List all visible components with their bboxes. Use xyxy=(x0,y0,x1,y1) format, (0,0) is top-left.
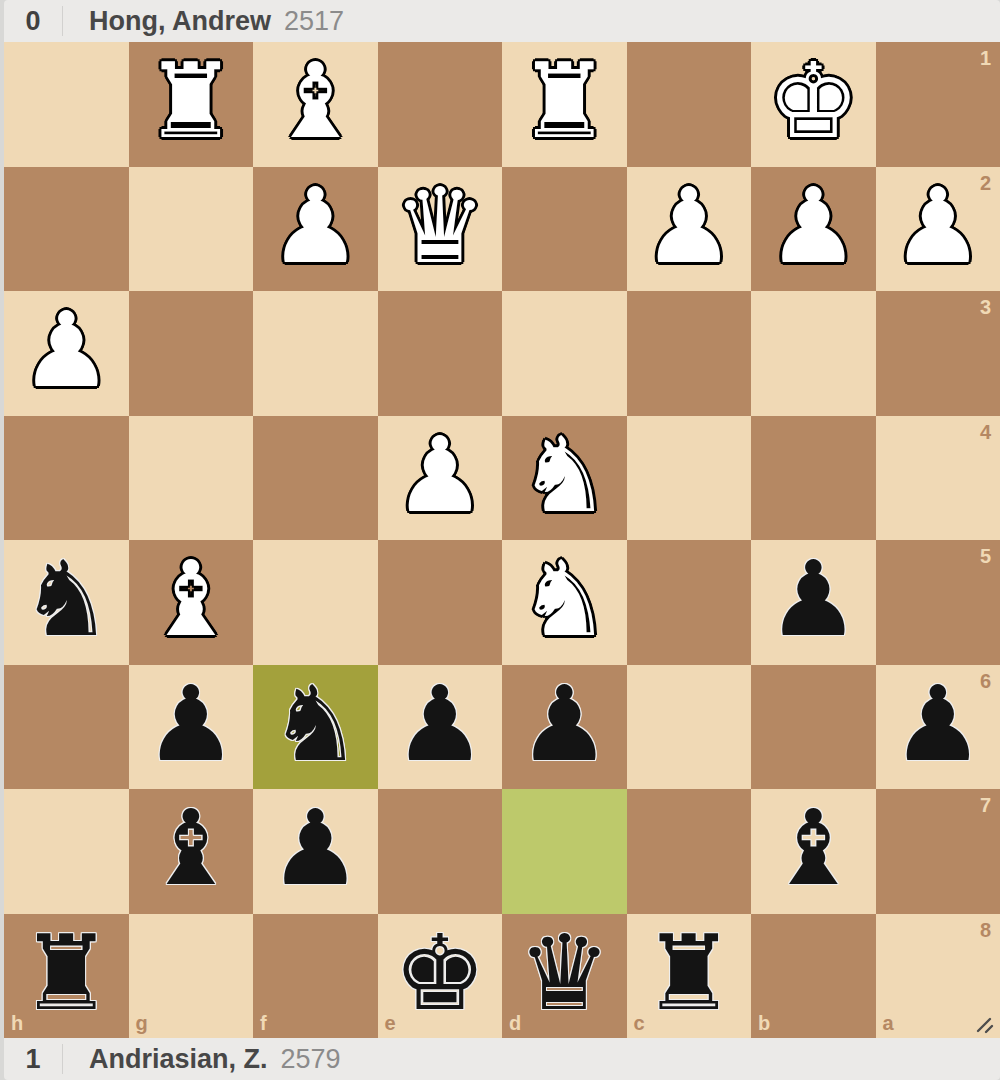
square-e4[interactable]: ♟ xyxy=(378,416,503,541)
white-pawn-piece[interactable]: ♟ xyxy=(393,423,486,527)
square-h6[interactable] xyxy=(4,665,129,790)
resize-handle-icon[interactable] xyxy=(975,1014,995,1034)
square-g1[interactable]: ♜ xyxy=(129,42,254,167)
square-e1[interactable] xyxy=(378,42,503,167)
square-g2[interactable] xyxy=(129,167,254,292)
black-pawn-piece[interactable]: ♟ xyxy=(518,672,611,776)
bottom-bar-divider xyxy=(62,1044,63,1074)
rank-label-2: 2 xyxy=(980,173,991,193)
top-player-score: 0 xyxy=(4,6,62,37)
square-h1[interactable] xyxy=(4,42,129,167)
black-bishop-piece[interactable]: ♝ xyxy=(144,796,237,900)
black-queen-piece[interactable]: ♛ xyxy=(518,921,611,1025)
square-c8[interactable]: ♜c xyxy=(627,914,752,1039)
rank-label-6: 6 xyxy=(980,671,991,691)
square-b6[interactable] xyxy=(751,665,876,790)
square-a4[interactable]: 4 xyxy=(876,416,1000,541)
square-a1[interactable]: 1 xyxy=(876,42,1000,167)
black-king-piece[interactable]: ♚ xyxy=(393,921,486,1025)
square-h2[interactable] xyxy=(4,167,129,292)
square-e3[interactable] xyxy=(378,291,503,416)
file-label-a: a xyxy=(883,1013,894,1033)
black-pawn-piece[interactable]: ♟ xyxy=(767,547,860,651)
square-b5[interactable]: ♟ xyxy=(751,540,876,665)
square-d2[interactable] xyxy=(502,167,627,292)
white-pawn-piece[interactable]: ♟ xyxy=(767,174,860,278)
white-queen-piece[interactable]: ♛ xyxy=(393,174,486,278)
black-pawn-piece[interactable]: ♟ xyxy=(269,796,362,900)
square-f5[interactable] xyxy=(253,540,378,665)
black-knight-piece[interactable]: ♞ xyxy=(20,547,113,651)
rank-label-4: 4 xyxy=(980,422,991,442)
square-d8[interactable]: ♛d xyxy=(502,914,627,1039)
square-c3[interactable] xyxy=(627,291,752,416)
square-h4[interactable] xyxy=(4,416,129,541)
square-e7[interactable] xyxy=(378,789,503,914)
square-f6[interactable]: ♞ xyxy=(253,665,378,790)
square-f8[interactable]: f xyxy=(253,914,378,1039)
square-a2[interactable]: ♟2 xyxy=(876,167,1000,292)
square-b2[interactable]: ♟ xyxy=(751,167,876,292)
square-c6[interactable] xyxy=(627,665,752,790)
white-knight-piece[interactable]: ♞ xyxy=(518,547,611,651)
square-f2[interactable]: ♟ xyxy=(253,167,378,292)
square-b4[interactable] xyxy=(751,416,876,541)
bottom-player-name: Andriasian, Z. xyxy=(89,1044,268,1075)
square-g6[interactable]: ♟ xyxy=(129,665,254,790)
top-player-name: Hong, Andrew xyxy=(89,6,271,37)
square-g8[interactable]: g xyxy=(129,914,254,1039)
square-g4[interactable] xyxy=(129,416,254,541)
square-c2[interactable]: ♟ xyxy=(627,167,752,292)
rank-label-3: 3 xyxy=(980,297,991,317)
top-player-bar: 0 Hong, Andrew 2517 xyxy=(4,0,1000,42)
white-pawn-piece[interactable]: ♟ xyxy=(269,174,362,278)
black-pawn-piece[interactable]: ♟ xyxy=(144,672,237,776)
black-knight-piece[interactable]: ♞ xyxy=(269,672,362,776)
square-a6[interactable]: ♟6 xyxy=(876,665,1000,790)
black-pawn-piece[interactable]: ♟ xyxy=(891,672,984,776)
rank-label-7: 7 xyxy=(980,795,991,815)
rank-label-8: 8 xyxy=(980,920,991,940)
square-h3[interactable]: ♟ xyxy=(4,291,129,416)
square-b1[interactable]: ♚ xyxy=(751,42,876,167)
square-g5[interactable]: ♝ xyxy=(129,540,254,665)
square-g7[interactable]: ♝ xyxy=(129,789,254,914)
square-h8[interactable]: ♜h xyxy=(4,914,129,1039)
white-king-piece[interactable]: ♚ xyxy=(767,49,860,153)
square-f1[interactable]: ♝ xyxy=(253,42,378,167)
square-h7[interactable] xyxy=(4,789,129,914)
file-label-h: h xyxy=(11,1013,23,1033)
square-f4[interactable] xyxy=(253,416,378,541)
square-f3[interactable] xyxy=(253,291,378,416)
square-d1[interactable]: ♜ xyxy=(502,42,627,167)
square-b3[interactable] xyxy=(751,291,876,416)
square-c4[interactable] xyxy=(627,416,752,541)
square-c1[interactable] xyxy=(627,42,752,167)
top-bar-divider xyxy=(62,6,63,36)
square-h5[interactable]: ♞ xyxy=(4,540,129,665)
black-rook-piece[interactable]: ♜ xyxy=(20,921,113,1025)
black-rook-piece[interactable]: ♜ xyxy=(642,921,735,1025)
top-player-rating: 2517 xyxy=(284,6,344,37)
square-e2[interactable]: ♛ xyxy=(378,167,503,292)
square-b8[interactable]: b xyxy=(751,914,876,1039)
black-pawn-piece[interactable]: ♟ xyxy=(393,672,486,776)
bottom-player-score: 1 xyxy=(4,1044,62,1075)
white-knight-piece[interactable]: ♞ xyxy=(518,423,611,527)
bottom-player-bar: 1 Andriasian, Z. 2579 xyxy=(4,1038,1000,1080)
square-d7[interactable] xyxy=(502,789,627,914)
white-pawn-piece[interactable]: ♟ xyxy=(642,174,735,278)
square-d3[interactable] xyxy=(502,291,627,416)
square-e5[interactable] xyxy=(378,540,503,665)
square-b7[interactable]: ♝ xyxy=(751,789,876,914)
square-c5[interactable] xyxy=(627,540,752,665)
file-label-d: d xyxy=(509,1013,521,1033)
black-bishop-piece[interactable]: ♝ xyxy=(767,796,860,900)
file-label-g: g xyxy=(136,1013,148,1033)
square-c7[interactable] xyxy=(627,789,752,914)
square-g3[interactable] xyxy=(129,291,254,416)
square-a3[interactable]: 3 xyxy=(876,291,1000,416)
square-a5[interactable]: 5 xyxy=(876,540,1000,665)
chess-board: ♜♝♜♚1♟♛♟♟♟2♟3♟♞4♞♝♞♟5♟♞♟♟♟6♝♟♝7♜hgf♚e♛d♜… xyxy=(4,42,1000,1038)
file-label-e: e xyxy=(385,1013,396,1033)
white-rook-piece[interactable]: ♜ xyxy=(144,49,237,153)
square-e6[interactable]: ♟ xyxy=(378,665,503,790)
square-e8[interactable]: ♚e xyxy=(378,914,503,1039)
white-pawn-piece[interactable]: ♟ xyxy=(891,174,984,278)
square-d4[interactable]: ♞ xyxy=(502,416,627,541)
white-bishop-piece[interactable]: ♝ xyxy=(144,547,237,651)
file-label-f: f xyxy=(260,1013,267,1033)
square-d5[interactable]: ♞ xyxy=(502,540,627,665)
white-pawn-piece[interactable]: ♟ xyxy=(20,298,113,402)
white-rook-piece[interactable]: ♜ xyxy=(518,49,611,153)
bottom-player-rating: 2579 xyxy=(281,1044,341,1075)
square-d6[interactable]: ♟ xyxy=(502,665,627,790)
square-f7[interactable]: ♟ xyxy=(253,789,378,914)
file-label-b: b xyxy=(758,1013,770,1033)
rank-label-5: 5 xyxy=(980,546,991,566)
file-label-c: c xyxy=(634,1013,645,1033)
rank-label-1: 1 xyxy=(980,48,991,68)
white-bishop-piece[interactable]: ♝ xyxy=(269,49,362,153)
square-a7[interactable]: 7 xyxy=(876,789,1000,914)
